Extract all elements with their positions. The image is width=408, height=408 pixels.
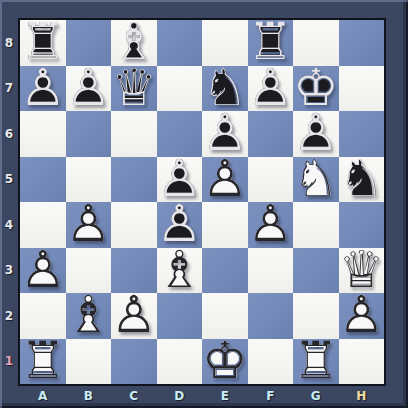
file-label-e: E — [202, 387, 248, 405]
square-h5[interactable]: ♞♘ — [339, 157, 385, 203]
white-pawn-outline: ♙ — [248, 201, 294, 247]
square-d2[interactable] — [157, 293, 203, 339]
black-pawn[interactable]: ♟♙ — [248, 66, 294, 112]
white-pawn[interactable]: ♟♙ — [111, 293, 157, 339]
square-f4[interactable]: ♟♙ — [248, 202, 294, 248]
file-label-h: H — [339, 387, 385, 405]
chess-board-frame: 87654321 ABCDEFGH ♜♖♝♗♜♖♟♙♟♙♛♕♞♘♟♙♚♔♟♙♟♙… — [0, 0, 408, 408]
square-d3[interactable]: ♝♗ — [157, 248, 203, 294]
file-label-b: B — [66, 387, 112, 405]
chess-board[interactable]: ♜♖♝♗♜♖♟♙♟♙♛♕♞♘♟♙♚♔♟♙♟♙♟♙♟♙♞♘♞♘♟♙♟♙♟♙♟♙♝♗… — [20, 20, 384, 384]
black-pawn-outline: ♙ — [66, 65, 112, 111]
square-f2[interactable] — [248, 293, 294, 339]
white-rook[interactable]: ♜♖ — [20, 339, 66, 385]
square-h2[interactable]: ♟♙ — [339, 293, 385, 339]
square-f6[interactable] — [248, 111, 294, 157]
square-h1[interactable] — [339, 339, 385, 385]
square-c5[interactable] — [111, 157, 157, 203]
square-a1[interactable]: ♜♖ — [20, 339, 66, 385]
square-g4[interactable] — [293, 202, 339, 248]
black-queen-outline: ♕ — [111, 65, 157, 111]
square-e1[interactable]: ♚♔ — [202, 339, 248, 385]
square-d1[interactable] — [157, 339, 203, 385]
square-e5[interactable]: ♟♙ — [202, 157, 248, 203]
square-d7[interactable] — [157, 66, 203, 112]
rank-label-1: 1 — [0, 339, 18, 385]
square-b2[interactable]: ♝♗ — [66, 293, 112, 339]
white-pawn-outline: ♙ — [20, 247, 66, 293]
square-g1[interactable]: ♜♖ — [293, 339, 339, 385]
board-outline: ♜♖♝♗♜♖♟♙♟♙♛♕♞♘♟♙♚♔♟♙♟♙♟♙♟♙♞♘♞♘♟♙♟♙♟♙♟♙♝♗… — [18, 18, 386, 386]
file-label-a: A — [20, 387, 66, 405]
square-f1[interactable] — [248, 339, 294, 385]
black-queen[interactable]: ♛♕ — [111, 66, 157, 112]
square-a6[interactable] — [20, 111, 66, 157]
white-pawn[interactable]: ♟♙ — [20, 248, 66, 294]
white-rook[interactable]: ♜♖ — [293, 339, 339, 385]
file-label-d: D — [157, 387, 203, 405]
file-label-g: G — [293, 387, 339, 405]
white-pawn[interactable]: ♟♙ — [202, 157, 248, 203]
black-pawn[interactable]: ♟♙ — [66, 66, 112, 112]
square-g3[interactable] — [293, 248, 339, 294]
white-rook-outline: ♖ — [20, 338, 66, 384]
square-c4[interactable] — [111, 202, 157, 248]
square-g5[interactable]: ♞♘ — [293, 157, 339, 203]
square-f3[interactable] — [248, 248, 294, 294]
white-knight[interactable]: ♞♘ — [293, 157, 339, 203]
square-b1[interactable] — [66, 339, 112, 385]
square-b6[interactable] — [66, 111, 112, 157]
white-bishop[interactable]: ♝♗ — [66, 293, 112, 339]
square-c7[interactable]: ♛♕ — [111, 66, 157, 112]
square-e4[interactable] — [202, 202, 248, 248]
square-c2[interactable]: ♟♙ — [111, 293, 157, 339]
black-pawn[interactable]: ♟♙ — [20, 66, 66, 112]
white-king-outline: ♔ — [202, 338, 248, 384]
white-pawn-outline: ♙ — [339, 292, 385, 338]
square-c1[interactable] — [111, 339, 157, 385]
file-label-c: C — [111, 387, 157, 405]
rank-label-5: 5 — [0, 157, 18, 203]
black-pawn-outline: ♙ — [248, 65, 294, 111]
square-f7[interactable]: ♟♙ — [248, 66, 294, 112]
rank-label-4: 4 — [0, 202, 18, 248]
white-pawn[interactable]: ♟♙ — [248, 202, 294, 248]
rank-label-6: 6 — [0, 111, 18, 157]
white-pawn-outline: ♙ — [66, 201, 112, 247]
square-c6[interactable] — [111, 111, 157, 157]
square-h8[interactable] — [339, 20, 385, 66]
rank-label-2: 2 — [0, 293, 18, 339]
white-pawn-outline: ♙ — [111, 292, 157, 338]
black-pawn-outline: ♙ — [20, 65, 66, 111]
white-bishop-outline: ♗ — [157, 247, 203, 293]
black-knight[interactable]: ♞♘ — [339, 157, 385, 203]
square-h7[interactable] — [339, 66, 385, 112]
white-pawn[interactable]: ♟♙ — [339, 293, 385, 339]
white-rook-outline: ♖ — [293, 338, 339, 384]
rank-label-3: 3 — [0, 248, 18, 294]
square-a5[interactable] — [20, 157, 66, 203]
white-bishop[interactable]: ♝♗ — [157, 248, 203, 294]
square-b4[interactable]: ♟♙ — [66, 202, 112, 248]
white-knight-outline: ♘ — [293, 156, 339, 202]
white-bishop-outline: ♗ — [66, 292, 112, 338]
square-a7[interactable]: ♟♙ — [20, 66, 66, 112]
square-a3[interactable]: ♟♙ — [20, 248, 66, 294]
white-pawn-outline: ♙ — [202, 156, 248, 202]
square-e3[interactable] — [202, 248, 248, 294]
white-king[interactable]: ♚♔ — [202, 339, 248, 385]
white-pawn[interactable]: ♟♙ — [66, 202, 112, 248]
square-b7[interactable]: ♟♙ — [66, 66, 112, 112]
rank-label-8: 8 — [0, 20, 18, 66]
rank-label-7: 7 — [0, 66, 18, 112]
black-knight-outline: ♘ — [339, 156, 385, 202]
file-label-f: F — [248, 387, 294, 405]
square-d8[interactable] — [157, 20, 203, 66]
